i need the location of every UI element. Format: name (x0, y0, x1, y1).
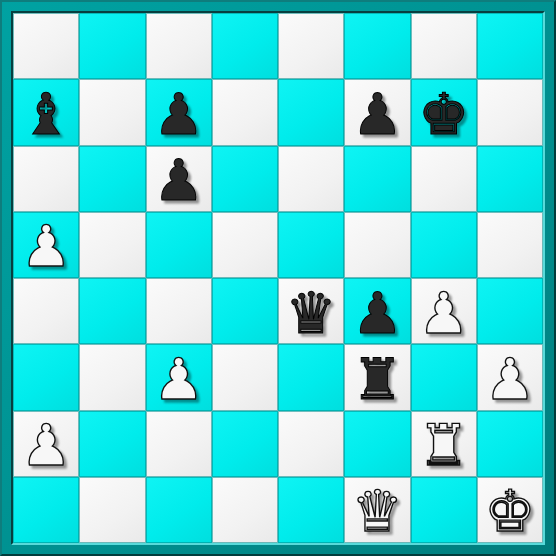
square-h7[interactable] (477, 79, 543, 145)
square-h3[interactable]: ♟ (477, 344, 543, 410)
square-e2[interactable] (278, 411, 344, 477)
square-h6[interactable] (477, 146, 543, 212)
white-pawn-piece[interactable]: ♟ (21, 417, 72, 474)
square-g8[interactable] (411, 13, 477, 79)
white-pawn-piece[interactable]: ♟ (153, 351, 204, 408)
square-b3[interactable] (79, 344, 145, 410)
square-b7[interactable] (79, 79, 145, 145)
square-c8[interactable] (146, 13, 212, 79)
square-e4[interactable]: ♛ (278, 278, 344, 344)
square-a3[interactable] (13, 344, 79, 410)
square-b4[interactable] (79, 278, 145, 344)
black-pawn-piece[interactable]: ♟ (352, 86, 403, 143)
square-g2[interactable]: ♜ (411, 411, 477, 477)
square-c5[interactable] (146, 212, 212, 278)
square-e8[interactable] (278, 13, 344, 79)
square-c2[interactable] (146, 411, 212, 477)
square-d7[interactable] (212, 79, 278, 145)
square-c6[interactable]: ♟ (146, 146, 212, 212)
white-queen-piece[interactable]: ♛ (352, 483, 403, 540)
square-a6[interactable] (13, 146, 79, 212)
square-e3[interactable] (278, 344, 344, 410)
square-g3[interactable] (411, 344, 477, 410)
square-d8[interactable] (212, 13, 278, 79)
square-e5[interactable] (278, 212, 344, 278)
square-d1[interactable] (212, 477, 278, 543)
square-g7[interactable]: ♚ (411, 79, 477, 145)
square-g1[interactable] (411, 477, 477, 543)
square-c1[interactable] (146, 477, 212, 543)
square-g4[interactable]: ♟ (411, 278, 477, 344)
chess-board-frame: ♝♟♟♚♟♟♛♟♟♟♜♟♟♜♛♚ (0, 0, 556, 556)
square-g5[interactable] (411, 212, 477, 278)
square-d3[interactable] (212, 344, 278, 410)
white-pawn-piece[interactable]: ♟ (484, 351, 535, 408)
square-a4[interactable] (13, 278, 79, 344)
square-f5[interactable] (344, 212, 410, 278)
square-f7[interactable]: ♟ (344, 79, 410, 145)
square-a8[interactable] (13, 13, 79, 79)
square-a2[interactable]: ♟ (13, 411, 79, 477)
square-d2[interactable] (212, 411, 278, 477)
square-h4[interactable] (477, 278, 543, 344)
square-f6[interactable] (344, 146, 410, 212)
square-a1[interactable] (13, 477, 79, 543)
black-pawn-piece[interactable]: ♟ (352, 285, 403, 342)
black-queen-piece[interactable]: ♛ (286, 285, 337, 342)
square-e1[interactable] (278, 477, 344, 543)
square-b8[interactable] (79, 13, 145, 79)
square-f1[interactable]: ♛ (344, 477, 410, 543)
square-g6[interactable] (411, 146, 477, 212)
square-c4[interactable] (146, 278, 212, 344)
black-bishop-piece[interactable]: ♝ (21, 86, 72, 143)
square-h8[interactable] (477, 13, 543, 79)
white-pawn-piece[interactable]: ♟ (418, 285, 469, 342)
square-b5[interactable] (79, 212, 145, 278)
square-b6[interactable] (79, 146, 145, 212)
square-b2[interactable] (79, 411, 145, 477)
black-king-piece[interactable]: ♚ (418, 86, 469, 143)
square-c3[interactable]: ♟ (146, 344, 212, 410)
black-pawn-piece[interactable]: ♟ (153, 152, 204, 209)
white-rook-piece[interactable]: ♜ (418, 417, 469, 474)
square-a7[interactable]: ♝ (13, 79, 79, 145)
square-d5[interactable] (212, 212, 278, 278)
black-pawn-piece[interactable]: ♟ (153, 86, 204, 143)
black-rook-piece[interactable]: ♜ (352, 351, 403, 408)
white-king-piece[interactable]: ♚ (484, 483, 535, 540)
square-h1[interactable]: ♚ (477, 477, 543, 543)
chess-board: ♝♟♟♚♟♟♛♟♟♟♜♟♟♜♛♚ (11, 11, 545, 545)
square-e6[interactable] (278, 146, 344, 212)
square-d4[interactable] (212, 278, 278, 344)
square-f8[interactable] (344, 13, 410, 79)
square-d6[interactable] (212, 146, 278, 212)
square-c7[interactable]: ♟ (146, 79, 212, 145)
square-f3[interactable]: ♜ (344, 344, 410, 410)
square-a5[interactable]: ♟ (13, 212, 79, 278)
square-f4[interactable]: ♟ (344, 278, 410, 344)
square-h2[interactable] (477, 411, 543, 477)
square-h5[interactable] (477, 212, 543, 278)
square-b1[interactable] (79, 477, 145, 543)
white-pawn-piece[interactable]: ♟ (21, 218, 72, 275)
square-f2[interactable] (344, 411, 410, 477)
square-e7[interactable] (278, 79, 344, 145)
